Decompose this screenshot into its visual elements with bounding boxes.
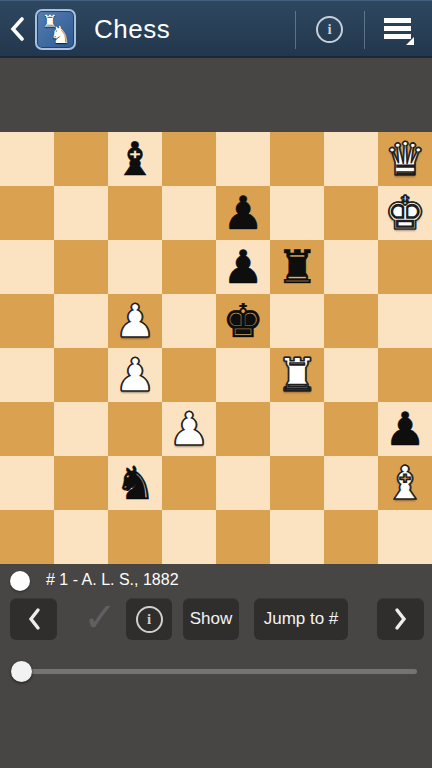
next-button[interactable]: [377, 598, 424, 640]
square-a4[interactable]: [0, 348, 54, 402]
black-king[interactable]: ♚: [222, 294, 263, 348]
square-c5[interactable]: ♟: [108, 294, 162, 348]
white-rook[interactable]: ♜: [276, 348, 317, 402]
square-d1[interactable]: [162, 510, 216, 564]
square-d8[interactable]: [162, 132, 216, 186]
info-button[interactable]: i: [316, 16, 343, 43]
black-pawn[interactable]: ♟: [222, 186, 263, 240]
square-e6[interactable]: ♟: [216, 240, 270, 294]
square-a8[interactable]: [0, 132, 54, 186]
square-f6[interactable]: ♜: [270, 240, 324, 294]
square-f5[interactable]: [270, 294, 324, 348]
square-b4[interactable]: [54, 348, 108, 402]
square-g2[interactable]: [324, 456, 378, 510]
square-g4[interactable]: [324, 348, 378, 402]
square-d4[interactable]: [162, 348, 216, 402]
top-app-bar: ♜ ♞ Chess i: [0, 0, 432, 58]
black-bishop[interactable]: ♝: [114, 132, 155, 186]
chevron-right-icon: [394, 607, 408, 631]
square-h4[interactable]: [378, 348, 432, 402]
slider-thumb[interactable]: [11, 661, 32, 682]
square-d5[interactable]: [162, 294, 216, 348]
menu-icon: [384, 18, 411, 23]
square-b7[interactable]: [54, 186, 108, 240]
black-rook[interactable]: ♜: [276, 240, 317, 294]
square-g5[interactable]: [324, 294, 378, 348]
square-b3[interactable]: [54, 402, 108, 456]
square-a6[interactable]: [0, 240, 54, 294]
square-f8[interactable]: [270, 132, 324, 186]
square-e8[interactable]: [216, 132, 270, 186]
square-a3[interactable]: [0, 402, 54, 456]
square-d6[interactable]: [162, 240, 216, 294]
white-bishop[interactable]: ♝: [384, 456, 425, 510]
chess-app-screen: ♜ ♞ Chess i ♝♛♟♚♟♜♟♚♟♜♟♟♞♝ # 1 - A. L. S…: [0, 0, 432, 768]
square-e4[interactable]: [216, 348, 270, 402]
chevron-left-icon: [27, 607, 41, 631]
square-a7[interactable]: [0, 186, 54, 240]
square-c8[interactable]: ♝: [108, 132, 162, 186]
square-h7[interactable]: ♚: [378, 186, 432, 240]
square-c6[interactable]: [108, 240, 162, 294]
slider-track[interactable]: [15, 669, 417, 674]
square-e5[interactable]: ♚: [216, 294, 270, 348]
black-pawn[interactable]: ♟: [384, 402, 425, 456]
square-h2[interactable]: ♝: [378, 456, 432, 510]
chevron-left-icon: [10, 17, 24, 41]
solved-indicator-circle: [10, 571, 30, 591]
white-pawn[interactable]: ♟: [168, 402, 209, 456]
white-queen[interactable]: ♛: [384, 132, 425, 186]
info-icon: i: [136, 606, 163, 633]
chess-app-icon: ♜ ♞: [35, 9, 76, 50]
jump-to-number-button[interactable]: Jump to #: [254, 598, 348, 640]
square-f3[interactable]: [270, 402, 324, 456]
square-d7[interactable]: [162, 186, 216, 240]
black-pawn[interactable]: ♟: [222, 240, 263, 294]
square-b2[interactable]: [54, 456, 108, 510]
chess-board: ♝♛♟♚♟♜♟♚♟♜♟♟♞♝: [0, 132, 432, 564]
square-b5[interactable]: [54, 294, 108, 348]
square-g6[interactable]: [324, 240, 378, 294]
white-pawn[interactable]: ♟: [114, 348, 155, 402]
square-g8[interactable]: [324, 132, 378, 186]
black-knight[interactable]: ♞: [114, 456, 155, 510]
hint-info-button[interactable]: i: [126, 598, 172, 640]
square-a5[interactable]: [0, 294, 54, 348]
square-a2[interactable]: [0, 456, 54, 510]
square-f1[interactable]: [270, 510, 324, 564]
square-e1[interactable]: [216, 510, 270, 564]
toolbar-divider: [295, 11, 296, 49]
show-button[interactable]: Show: [183, 598, 239, 640]
puzzle-slider: [0, 652, 432, 692]
square-h8[interactable]: ♛: [378, 132, 432, 186]
puzzle-status-row: # 1 - A. L. S., 1882: [0, 564, 432, 598]
square-d3[interactable]: ♟: [162, 402, 216, 456]
square-b6[interactable]: [54, 240, 108, 294]
puzzle-controls: ✓ i Show Jump to #: [0, 598, 432, 640]
checkmark-icon: ✓: [82, 596, 118, 638]
overflow-menu-button[interactable]: [384, 18, 412, 42]
square-h6[interactable]: [378, 240, 432, 294]
square-g1[interactable]: [324, 510, 378, 564]
previous-button[interactable]: [10, 598, 57, 640]
square-a1[interactable]: [0, 510, 54, 564]
square-f4[interactable]: ♜: [270, 348, 324, 402]
square-h5[interactable]: [378, 294, 432, 348]
puzzle-title: # 1 - A. L. S., 1882: [46, 571, 179, 589]
page-title: Chess: [94, 14, 170, 45]
square-f2[interactable]: [270, 456, 324, 510]
square-c1[interactable]: [108, 510, 162, 564]
square-c3[interactable]: [108, 402, 162, 456]
knight-icon: ♞: [49, 23, 71, 47]
square-h3[interactable]: ♟: [378, 402, 432, 456]
back-button[interactable]: [2, 1, 32, 57]
square-e2[interactable]: [216, 456, 270, 510]
square-c4[interactable]: ♟: [108, 348, 162, 402]
square-d2[interactable]: [162, 456, 216, 510]
square-e7[interactable]: ♟: [216, 186, 270, 240]
white-king[interactable]: ♚: [384, 186, 425, 240]
square-f7[interactable]: [270, 186, 324, 240]
square-b8[interactable]: [54, 132, 108, 186]
info-icon: i: [316, 16, 343, 43]
square-e3[interactable]: [216, 402, 270, 456]
toolbar-divider: [364, 11, 365, 49]
square-h1[interactable]: [378, 510, 432, 564]
square-c2[interactable]: ♞: [108, 456, 162, 510]
square-c7[interactable]: [108, 186, 162, 240]
square-b1[interactable]: [54, 510, 108, 564]
square-g7[interactable]: [324, 186, 378, 240]
square-g3[interactable]: [324, 402, 378, 456]
white-pawn[interactable]: ♟: [114, 294, 155, 348]
